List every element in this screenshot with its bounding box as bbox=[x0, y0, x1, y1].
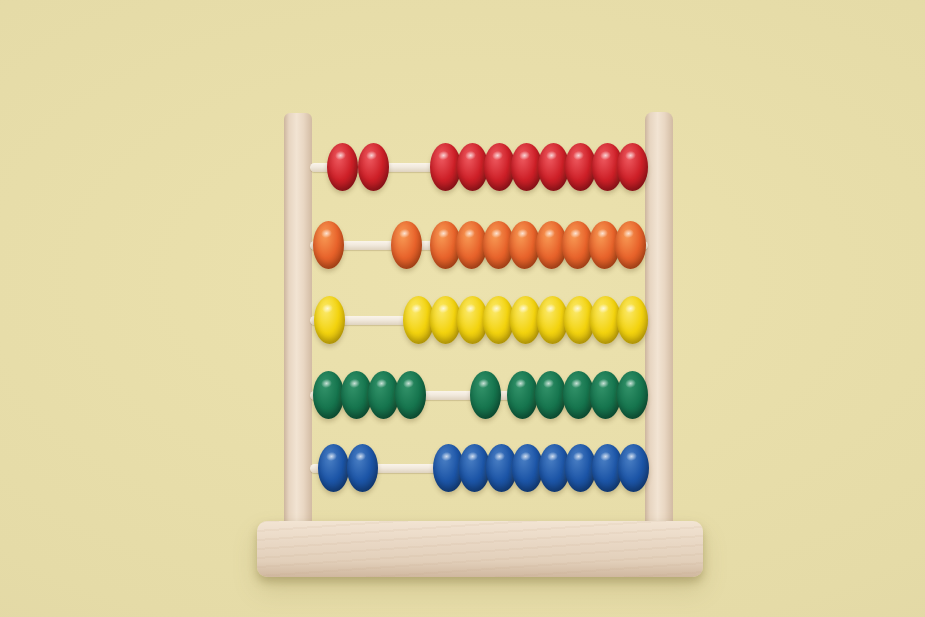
bead-highlight bbox=[543, 228, 555, 239]
bead-highlight bbox=[398, 228, 410, 239]
bead-highlight bbox=[546, 451, 558, 462]
bead-highlight bbox=[570, 378, 582, 389]
wood-grain bbox=[257, 521, 703, 577]
bead-highlight bbox=[571, 303, 583, 314]
bead-highlight bbox=[493, 451, 505, 462]
bead-highlight bbox=[464, 150, 476, 161]
bead-highlight bbox=[596, 228, 608, 239]
bead-highlight bbox=[624, 150, 636, 161]
bead-highlight bbox=[320, 228, 332, 239]
bead-yellow-10 bbox=[617, 296, 648, 344]
bead-highlight bbox=[517, 303, 529, 314]
bead-highlight bbox=[490, 303, 502, 314]
bead-highlight bbox=[440, 451, 452, 462]
bead-highlight bbox=[625, 451, 637, 462]
bead-highlight bbox=[599, 451, 611, 462]
bead-blue-2 bbox=[347, 444, 378, 492]
bead-highlight bbox=[597, 303, 609, 314]
bead-highlight bbox=[334, 150, 346, 161]
bead-highlight bbox=[325, 451, 337, 462]
bead-highlight bbox=[375, 378, 387, 389]
bead-highlight bbox=[320, 378, 332, 389]
bead-highlight bbox=[466, 451, 478, 462]
bead-green-7 bbox=[535, 371, 566, 419]
bead-highlight bbox=[437, 228, 449, 239]
bead-highlight bbox=[518, 150, 530, 161]
bead-highlight bbox=[490, 228, 502, 239]
bead-highlight bbox=[624, 378, 636, 389]
bead-highlight bbox=[477, 378, 489, 389]
bead-highlight bbox=[544, 303, 556, 314]
bead-blue-1 bbox=[318, 444, 349, 492]
bead-highlight bbox=[437, 150, 449, 161]
bead-highlight bbox=[402, 378, 414, 389]
bead-orange-2 bbox=[391, 221, 422, 269]
bead-orange-10 bbox=[615, 221, 646, 269]
bead-highlight bbox=[516, 228, 528, 239]
bead-highlight bbox=[572, 451, 584, 462]
bead-highlight bbox=[542, 378, 554, 389]
bead-highlight bbox=[545, 150, 557, 161]
bead-blue-10 bbox=[618, 444, 649, 492]
bead-highlight bbox=[599, 150, 611, 161]
bead-highlight bbox=[463, 228, 475, 239]
bead-highlight bbox=[514, 378, 526, 389]
bead-red-10 bbox=[617, 143, 648, 191]
bead-highlight bbox=[348, 378, 360, 389]
bead-green-6 bbox=[507, 371, 538, 419]
bead-highlight bbox=[491, 150, 503, 161]
bead-highlight bbox=[354, 451, 366, 462]
bead-highlight bbox=[365, 150, 377, 161]
bead-highlight bbox=[464, 303, 476, 314]
bead-green-4 bbox=[395, 371, 426, 419]
bead-highlight bbox=[519, 451, 531, 462]
bead-highlight bbox=[410, 303, 422, 314]
bead-highlight bbox=[622, 228, 634, 239]
bead-highlight bbox=[321, 303, 333, 314]
bead-green-10 bbox=[617, 371, 648, 419]
bead-orange-1 bbox=[313, 221, 344, 269]
bead-highlight bbox=[624, 303, 636, 314]
bead-yellow-1 bbox=[314, 296, 345, 344]
bead-highlight bbox=[437, 303, 449, 314]
bead-red-1 bbox=[327, 143, 358, 191]
bead-highlight bbox=[597, 378, 609, 389]
abacus bbox=[0, 0, 925, 617]
bead-highlight bbox=[569, 228, 581, 239]
abacus-photo bbox=[0, 0, 925, 617]
abacus-right-post bbox=[645, 112, 673, 544]
bead-green-5 bbox=[470, 371, 501, 419]
bead-green-1 bbox=[313, 371, 344, 419]
bead-highlight bbox=[572, 150, 584, 161]
abacus-left-post bbox=[284, 113, 312, 545]
abacus-base bbox=[257, 521, 703, 577]
bead-red-2 bbox=[358, 143, 389, 191]
